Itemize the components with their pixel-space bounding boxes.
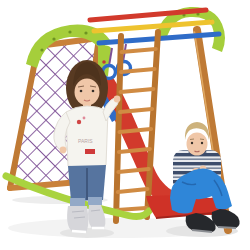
jeans-cuff [88,197,102,205]
panel-hole [40,48,43,51]
panel-hole [84,31,87,34]
play-gym-scene: PARIS [0,0,250,250]
panel-hole [52,37,55,40]
jeans-cuff [70,198,85,206]
boy-eye [201,142,203,144]
girl-eye [80,90,83,93]
print-patch [85,149,95,154]
rung [117,208,146,210]
print-graphic [77,120,81,124]
girl-eye [92,90,95,93]
girl-sneaker-right [67,206,88,232]
girl-hand-on-hip [60,147,67,154]
boy-eye [191,142,193,144]
girl-sweater [66,106,108,168]
red-knob [102,60,106,64]
shoe-sole [218,227,236,228]
panel-hole [68,30,71,33]
photo-canvas: PARIS [0,0,250,250]
girl-sweater-print: PARIS [78,138,93,144]
girl-hand-gripping [114,96,121,103]
print-graphic [83,117,86,120]
